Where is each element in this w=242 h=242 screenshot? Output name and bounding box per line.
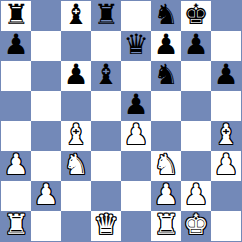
square-c5[interactable]	[61, 91, 91, 121]
square-g2[interactable]: ♟	[181, 181, 211, 211]
white-bishop[interactable]: ♝	[63, 121, 88, 149]
square-e3[interactable]	[121, 151, 151, 181]
square-g5[interactable]	[181, 91, 211, 121]
square-a1[interactable]: ♜	[1, 211, 31, 241]
black-pawn[interactable]: ♟	[183, 31, 208, 59]
square-h7[interactable]	[211, 31, 241, 61]
square-b1[interactable]	[31, 211, 61, 241]
square-h6[interactable]: ♟	[211, 61, 241, 91]
square-b4[interactable]	[31, 121, 61, 151]
white-queen[interactable]: ♛	[93, 211, 118, 239]
square-b2[interactable]: ♟	[31, 181, 61, 211]
white-pawn[interactable]: ♟	[213, 151, 238, 179]
square-c2[interactable]	[61, 181, 91, 211]
white-rook[interactable]: ♜	[3, 211, 28, 239]
square-d5[interactable]	[91, 91, 121, 121]
square-b7[interactable]	[31, 31, 61, 61]
square-d7[interactable]	[91, 31, 121, 61]
square-b5[interactable]	[31, 91, 61, 121]
square-h1[interactable]	[211, 211, 241, 241]
square-g6[interactable]	[181, 61, 211, 91]
white-rook[interactable]: ♜	[153, 211, 178, 239]
square-f1[interactable]: ♜	[151, 211, 181, 241]
square-e5[interactable]: ♟	[121, 91, 151, 121]
white-pawn[interactable]: ♟	[153, 181, 178, 209]
square-g4[interactable]	[181, 121, 211, 151]
white-bishop[interactable]: ♝	[213, 121, 238, 149]
black-pawn[interactable]: ♟	[63, 61, 88, 89]
square-g8[interactable]: ♚	[181, 1, 211, 31]
square-h8[interactable]	[211, 1, 241, 31]
square-a8[interactable]: ♜	[1, 1, 31, 31]
white-king[interactable]: ♚	[183, 211, 208, 239]
square-c7[interactable]	[61, 31, 91, 61]
square-a5[interactable]	[1, 91, 31, 121]
square-h3[interactable]: ♟	[211, 151, 241, 181]
black-pawn[interactable]: ♟	[123, 91, 148, 119]
white-pawn[interactable]: ♟	[33, 181, 58, 209]
square-h2[interactable]	[211, 181, 241, 211]
square-e6[interactable]	[121, 61, 151, 91]
square-f2[interactable]: ♟	[151, 181, 181, 211]
white-knight[interactable]: ♞	[153, 151, 178, 179]
chess-board-wrapper: ♜♝♜♞♚♟♛♟♟♟♝♞♟♟♝♟♝♟♞♞♟♟♟♟♜♛♜♚	[0, 0, 242, 242]
black-king[interactable]: ♚	[183, 1, 208, 29]
square-f5[interactable]	[151, 91, 181, 121]
black-bishop[interactable]: ♝	[63, 1, 88, 29]
black-pawn[interactable]: ♟	[3, 31, 28, 59]
square-g3[interactable]	[181, 151, 211, 181]
square-f4[interactable]	[151, 121, 181, 151]
square-e2[interactable]	[121, 181, 151, 211]
white-pawn[interactable]: ♟	[183, 181, 208, 209]
square-e8[interactable]	[121, 1, 151, 31]
black-knight[interactable]: ♞	[153, 61, 178, 89]
square-d2[interactable]	[91, 181, 121, 211]
square-f7[interactable]: ♟	[151, 31, 181, 61]
black-knight[interactable]: ♞	[153, 1, 178, 29]
square-b8[interactable]	[31, 1, 61, 31]
square-f8[interactable]: ♞	[151, 1, 181, 31]
square-b6[interactable]	[31, 61, 61, 91]
square-g1[interactable]: ♚	[181, 211, 211, 241]
square-c8[interactable]: ♝	[61, 1, 91, 31]
square-d8[interactable]: ♜	[91, 1, 121, 31]
white-knight[interactable]: ♞	[63, 151, 88, 179]
white-pawn[interactable]: ♟	[3, 151, 28, 179]
square-e4[interactable]: ♟	[121, 121, 151, 151]
square-d4[interactable]	[91, 121, 121, 151]
square-h5[interactable]	[211, 91, 241, 121]
square-a4[interactable]	[1, 121, 31, 151]
square-c1[interactable]	[61, 211, 91, 241]
square-e1[interactable]	[121, 211, 151, 241]
square-c3[interactable]: ♞	[61, 151, 91, 181]
black-rook[interactable]: ♜	[93, 1, 118, 29]
black-pawn[interactable]: ♟	[213, 61, 238, 89]
square-a3[interactable]: ♟	[1, 151, 31, 181]
square-b3[interactable]	[31, 151, 61, 181]
square-h4[interactable]: ♝	[211, 121, 241, 151]
square-d3[interactable]	[91, 151, 121, 181]
square-g7[interactable]: ♟	[181, 31, 211, 61]
black-rook[interactable]: ♜	[3, 1, 28, 29]
white-pawn[interactable]: ♟	[123, 121, 148, 149]
square-d1[interactable]: ♛	[91, 211, 121, 241]
black-queen[interactable]: ♛	[123, 31, 148, 59]
chess-board: ♜♝♜♞♚♟♛♟♟♟♝♞♟♟♝♟♝♟♞♞♟♟♟♟♜♛♜♚	[0, 0, 242, 242]
square-d6[interactable]: ♝	[91, 61, 121, 91]
square-f3[interactable]: ♞	[151, 151, 181, 181]
black-bishop[interactable]: ♝	[93, 61, 118, 89]
square-e7[interactable]: ♛	[121, 31, 151, 61]
square-f6[interactable]: ♞	[151, 61, 181, 91]
square-a6[interactable]	[1, 61, 31, 91]
square-a7[interactable]: ♟	[1, 31, 31, 61]
black-pawn[interactable]: ♟	[153, 31, 178, 59]
square-a2[interactable]	[1, 181, 31, 211]
square-c6[interactable]: ♟	[61, 61, 91, 91]
square-c4[interactable]: ♝	[61, 121, 91, 151]
